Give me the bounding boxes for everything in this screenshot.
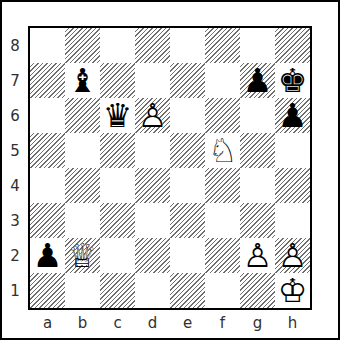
rank-label-2: 2 [2,238,28,273]
square-a1[interactable] [30,273,65,308]
square-f6[interactable] [205,98,240,133]
file-label-d: d [135,310,170,336]
black-bishop-icon: ♝ [65,63,100,98]
square-d8[interactable] [135,28,170,63]
chess-board: ♝♟♚♛♟♙♟♞♘♟♛♕♟♙♟♙♚♔ [28,26,312,310]
square-g4[interactable] [240,168,275,203]
square-e6[interactable] [170,98,205,133]
piece-white-pawn[interactable]: ♟♙ [135,98,170,133]
white-queen-icon: ♕ [65,238,100,273]
square-d5[interactable] [135,133,170,168]
rank-label-8: 8 [2,28,28,63]
file-label-c: c [100,310,135,336]
square-d6[interactable]: ♟♙ [135,98,170,133]
square-h8[interactable] [275,28,310,63]
piece-black-pawn[interactable]: ♟ [30,238,65,273]
rank-label-7: 7 [2,63,28,98]
square-g5[interactable] [240,133,275,168]
piece-white-pawn[interactable]: ♟♙ [240,238,275,273]
square-b8[interactable] [65,28,100,63]
file-label-g: g [240,310,275,336]
white-pawn-icon: ♙ [240,238,275,273]
square-b3[interactable] [65,203,100,238]
square-d2[interactable] [135,238,170,273]
rank-label-4: 4 [2,168,28,203]
square-e3[interactable] [170,203,205,238]
square-g8[interactable] [240,28,275,63]
square-e2[interactable] [170,238,205,273]
square-d7[interactable] [135,63,170,98]
square-d1[interactable] [135,273,170,308]
square-a4[interactable] [30,168,65,203]
piece-white-knight[interactable]: ♞♘ [205,133,240,168]
square-e1[interactable] [170,273,205,308]
square-e7[interactable] [170,63,205,98]
square-a8[interactable] [30,28,65,63]
file-label-b: b [65,310,100,336]
white-pawn-icon: ♙ [135,98,170,133]
square-e5[interactable] [170,133,205,168]
black-pawn-icon: ♟ [240,63,275,98]
square-a2[interactable]: ♟ [30,238,65,273]
piece-white-king[interactable]: ♚♔ [275,273,310,308]
square-d4[interactable] [135,168,170,203]
file-label-e: e [170,310,205,336]
square-g1[interactable] [240,273,275,308]
file-label-f: f [205,310,240,336]
piece-black-pawn[interactable]: ♟ [275,98,310,133]
square-h1[interactable]: ♚♔ [275,273,310,308]
white-king-icon: ♔ [275,273,310,308]
square-g2[interactable]: ♟♙ [240,238,275,273]
square-b7[interactable]: ♝ [65,63,100,98]
square-g3[interactable] [240,203,275,238]
file-label-h: h [275,310,310,336]
piece-white-pawn[interactable]: ♟♙ [275,238,310,273]
square-h4[interactable] [275,168,310,203]
rank-label-6: 6 [2,98,28,133]
square-g7[interactable]: ♟ [240,63,275,98]
piece-white-queen[interactable]: ♛♕ [65,238,100,273]
square-e4[interactable] [170,168,205,203]
chess-diagram-frame: 87654321 ♝♟♚♛♟♙♟♞♘♟♛♕♟♙♟♙♚♔ abcdefgh [0,0,340,340]
square-b1[interactable] [65,273,100,308]
square-h2[interactable]: ♟♙ [275,238,310,273]
square-d3[interactable] [135,203,170,238]
square-h6[interactable]: ♟ [275,98,310,133]
square-c6[interactable]: ♛ [100,98,135,133]
square-f8[interactable] [205,28,240,63]
rank-labels: 87654321 [2,28,28,308]
square-f7[interactable] [205,63,240,98]
square-c8[interactable] [100,28,135,63]
square-a3[interactable] [30,203,65,238]
square-b6[interactable] [65,98,100,133]
square-f4[interactable] [205,168,240,203]
square-h5[interactable] [275,133,310,168]
piece-black-king[interactable]: ♚ [275,63,310,98]
black-king-icon: ♚ [275,63,310,98]
square-h3[interactable] [275,203,310,238]
square-e8[interactable] [170,28,205,63]
file-labels: abcdefgh [30,310,310,336]
square-g6[interactable] [240,98,275,133]
rank-label-1: 1 [2,273,28,308]
square-f3[interactable] [205,203,240,238]
file-label-a: a [30,310,65,336]
piece-black-bishop[interactable]: ♝ [65,63,100,98]
white-pawn-icon: ♙ [275,238,310,273]
square-f2[interactable] [205,238,240,273]
white-knight-icon: ♘ [205,133,240,168]
black-pawn-icon: ♟ [275,98,310,133]
square-b2[interactable]: ♛♕ [65,238,100,273]
piece-black-pawn[interactable]: ♟ [240,63,275,98]
square-c7[interactable] [100,63,135,98]
piece-black-queen[interactable]: ♛ [100,98,135,133]
square-c1[interactable] [100,273,135,308]
square-c4[interactable] [100,168,135,203]
square-b4[interactable] [65,168,100,203]
black-pawn-icon: ♟ [30,238,65,273]
square-a6[interactable] [30,98,65,133]
black-queen-icon: ♛ [100,98,135,133]
square-f5[interactable]: ♞♘ [205,133,240,168]
rank-label-3: 3 [2,203,28,238]
square-c3[interactable] [100,203,135,238]
square-c5[interactable] [100,133,135,168]
square-a7[interactable] [30,63,65,98]
square-b5[interactable] [65,133,100,168]
rank-label-5: 5 [2,133,28,168]
square-h7[interactable]: ♚ [275,63,310,98]
square-f1[interactable] [205,273,240,308]
square-c2[interactable] [100,238,135,273]
square-a5[interactable] [30,133,65,168]
